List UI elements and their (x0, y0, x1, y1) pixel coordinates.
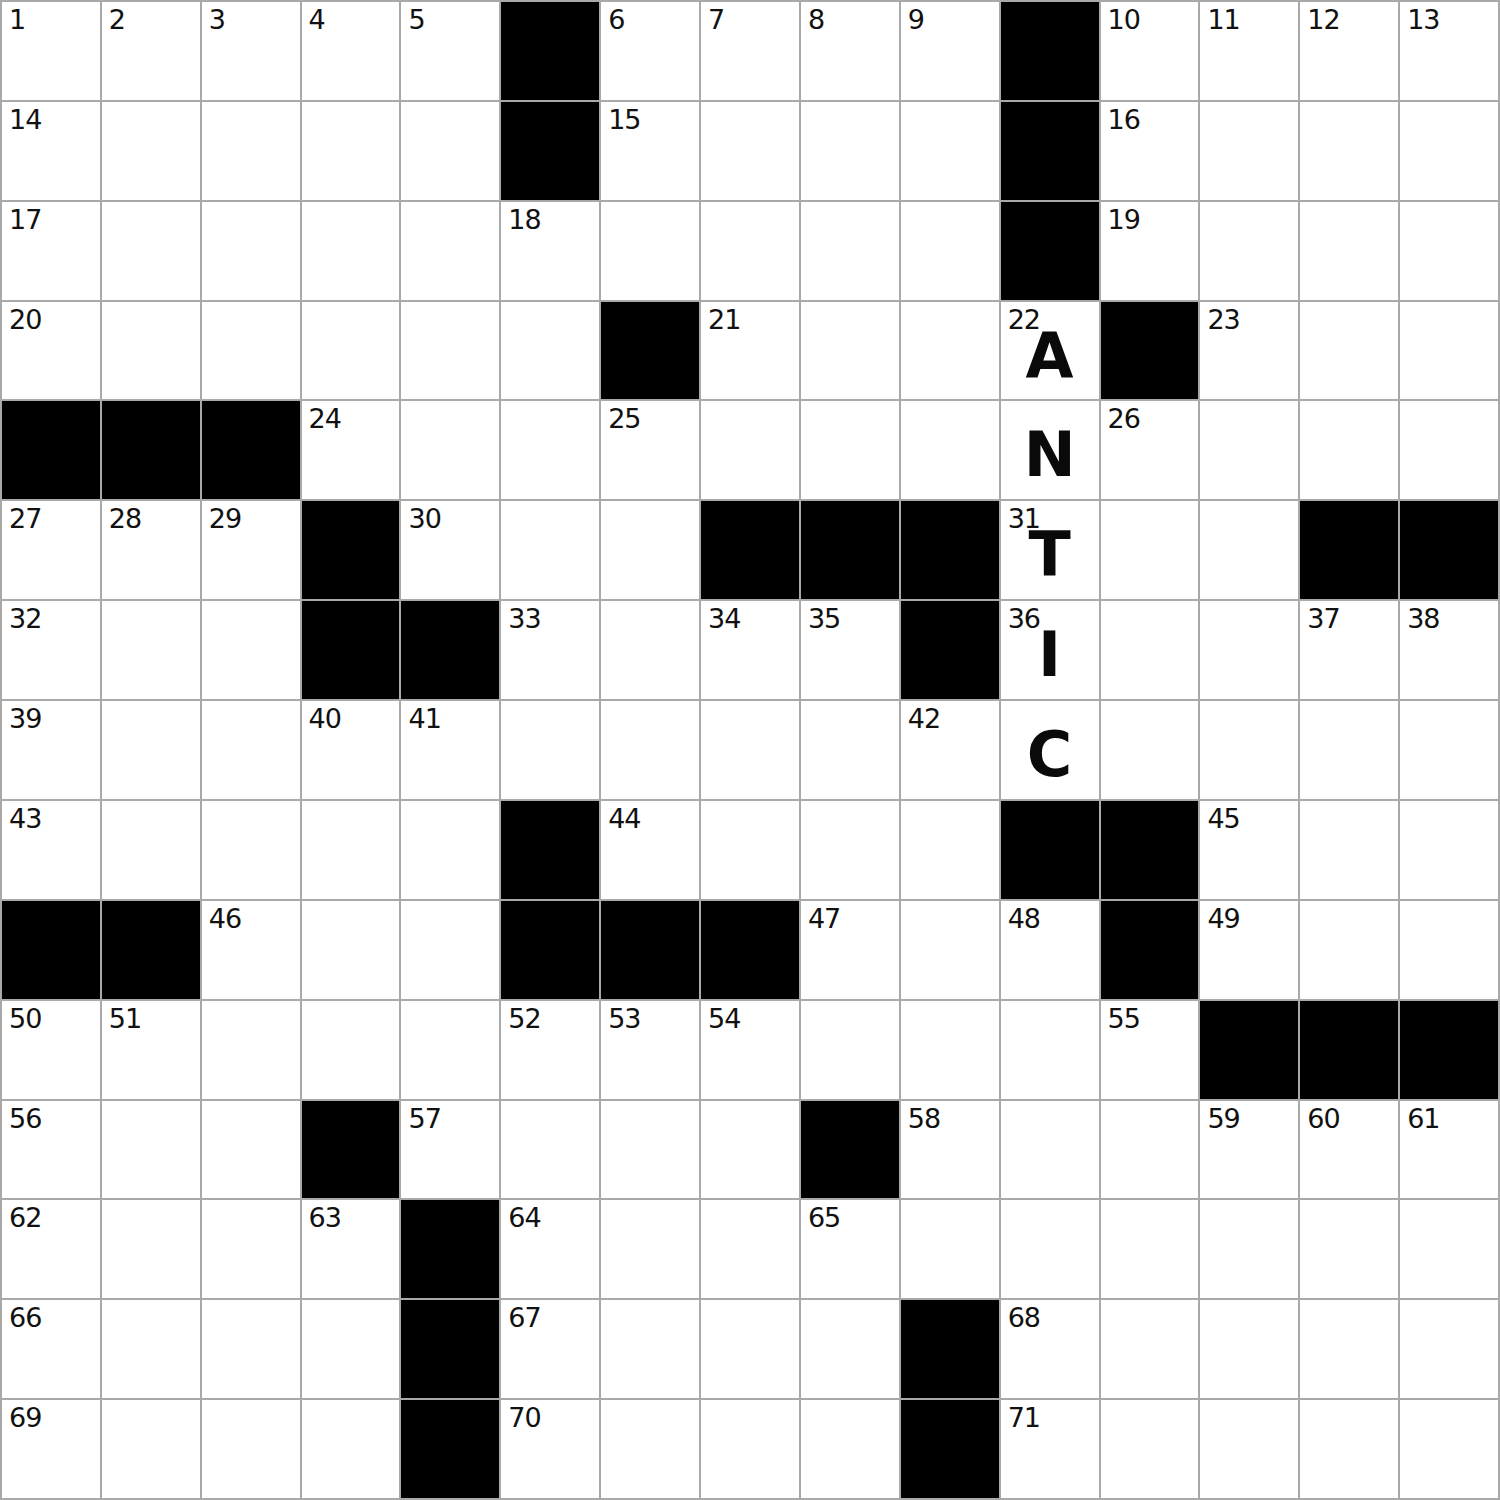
cell-r11-c9[interactable] (801, 1001, 899, 1099)
cell-r13-c6[interactable]: 64 (501, 1200, 599, 1298)
clue-number: 28 (109, 504, 141, 534)
cell-r11-c4[interactable] (302, 1001, 400, 1099)
cell-r15-c14[interactable] (1300, 1400, 1398, 1498)
clue-number: 67 (508, 1303, 540, 1333)
cell-r1-c8[interactable]: 7 (701, 2, 799, 100)
cell-r9-c4[interactable] (302, 801, 400, 899)
cell-r7-c13[interactable] (1200, 601, 1298, 699)
cell-r11-c6[interactable]: 52 (501, 1001, 599, 1099)
cell-r15-c4[interactable] (302, 1400, 400, 1498)
cell-r14-c8[interactable] (701, 1300, 799, 1398)
cell-r3-c3[interactable] (202, 202, 300, 300)
block-cell-r7-c4 (302, 601, 400, 699)
cell-r8-c1[interactable]: 39 (2, 701, 100, 799)
filled-letter: C (1027, 724, 1073, 786)
cell-r5-c11[interactable]: N (1001, 401, 1099, 499)
cell-r3-c1[interactable]: 17 (2, 202, 100, 300)
cell-r12-c15[interactable]: 61 (1400, 1101, 1498, 1199)
cell-r9-c3[interactable] (202, 801, 300, 899)
cell-r1-c4[interactable]: 4 (302, 2, 400, 100)
cell-r13-c13[interactable] (1200, 1200, 1298, 1298)
block-cell-r9-c12 (1101, 801, 1199, 899)
cell-r6-c2[interactable]: 28 (102, 501, 200, 599)
cell-r15-c8[interactable] (701, 1400, 799, 1498)
cell-r11-c10[interactable] (901, 1001, 999, 1099)
cell-r8-c3[interactable] (202, 701, 300, 799)
clue-number: 8 (808, 5, 824, 35)
clue-number: 58 (908, 1104, 940, 1134)
clue-number: 41 (408, 704, 440, 734)
block-cell-r11-c13 (1200, 1001, 1298, 1099)
clue-number: 43 (9, 804, 41, 834)
block-cell-r10-c1 (2, 901, 100, 999)
cell-r3-c13[interactable] (1200, 202, 1298, 300)
cell-r10-c15[interactable] (1400, 901, 1498, 999)
cell-r12-c5[interactable]: 57 (401, 1101, 499, 1199)
cell-r14-c1[interactable]: 66 (2, 1300, 100, 1398)
cell-r12-c10[interactable]: 58 (901, 1101, 999, 1199)
cell-r15-c2[interactable] (102, 1400, 200, 1498)
block-cell-r2-c11 (1001, 102, 1099, 200)
block-cell-r5-c1 (2, 401, 100, 499)
cell-r4-c10[interactable] (901, 302, 999, 400)
cell-r3-c14[interactable] (1300, 202, 1398, 300)
cell-r12-c2[interactable] (102, 1101, 200, 1199)
cell-r1-c13[interactable]: 11 (1200, 2, 1298, 100)
cell-r5-c6[interactable] (501, 401, 599, 499)
clue-number: 52 (508, 1004, 540, 1034)
cell-r13-c15[interactable] (1400, 1200, 1498, 1298)
cell-r3-c5[interactable] (401, 202, 499, 300)
cell-r10-c10[interactable] (901, 901, 999, 999)
cell-r2-c1[interactable]: 14 (2, 102, 100, 200)
clue-number: 29 (209, 504, 241, 534)
cell-r12-c8[interactable] (701, 1101, 799, 1199)
cell-r7-c11[interactable]: 36I (1001, 601, 1099, 699)
cell-r3-c12[interactable]: 19 (1101, 202, 1199, 300)
block-cell-r14-c5 (401, 1300, 499, 1398)
cell-r1-c14[interactable]: 12 (1300, 2, 1398, 100)
cell-r4-c15[interactable] (1400, 302, 1498, 400)
cell-r6-c1[interactable]: 27 (2, 501, 100, 599)
clue-number: 21 (708, 305, 740, 335)
block-cell-r5-c2 (102, 401, 200, 499)
block-cell-r6-c8 (701, 501, 799, 599)
clue-number: 57 (408, 1104, 440, 1134)
block-cell-r7-c10 (901, 601, 999, 699)
filled-letter: N (1024, 424, 1076, 486)
clue-number: 33 (508, 604, 540, 634)
clue-number: 26 (1108, 404, 1140, 434)
cell-r4-c4[interactable] (302, 302, 400, 400)
cell-r5-c7[interactable]: 25 (601, 401, 699, 499)
cell-r4-c1[interactable]: 20 (2, 302, 100, 400)
cell-r7-c8[interactable]: 34 (701, 601, 799, 699)
cell-r13-c8[interactable] (701, 1200, 799, 1298)
cell-r1-c9[interactable]: 8 (801, 2, 899, 100)
cell-r13-c14[interactable] (1300, 1200, 1398, 1298)
cell-r2-c15[interactable] (1400, 102, 1498, 200)
clue-number: 6 (608, 5, 624, 35)
cell-r1-c2[interactable]: 2 (102, 2, 200, 100)
crossword-board: 12345678910111213141516171819202122A2324… (0, 0, 1500, 1500)
cell-r3-c7[interactable] (601, 202, 699, 300)
clue-number: 68 (1008, 1303, 1040, 1333)
cell-r13-c2[interactable] (102, 1200, 200, 1298)
cell-r12-c6[interactable] (501, 1101, 599, 1199)
cell-r1-c7[interactable]: 6 (601, 2, 699, 100)
cell-r6-c13[interactable] (1200, 501, 1298, 599)
cell-r3-c15[interactable] (1400, 202, 1498, 300)
cell-r8-c5[interactable]: 41 (401, 701, 499, 799)
clue-number: 61 (1407, 1104, 1439, 1134)
cell-r9-c7[interactable]: 44 (601, 801, 699, 899)
cell-r9-c10[interactable] (901, 801, 999, 899)
cell-r5-c9[interactable] (801, 401, 899, 499)
clue-number: 47 (808, 904, 840, 934)
cell-r12-c1[interactable]: 56 (2, 1101, 100, 1199)
clue-number: 51 (109, 1004, 141, 1034)
cell-r2-c8[interactable] (701, 102, 799, 200)
cell-r5-c10[interactable] (901, 401, 999, 499)
cell-r13-c1[interactable]: 62 (2, 1200, 100, 1298)
clue-number: 24 (309, 404, 341, 434)
cell-r7-c9[interactable]: 35 (801, 601, 899, 699)
cell-r2-c13[interactable] (1200, 102, 1298, 200)
cell-r11-c11[interactable] (1001, 1001, 1099, 1099)
cell-r11-c8[interactable]: 54 (701, 1001, 799, 1099)
block-cell-r10-c12 (1101, 901, 1199, 999)
cell-r11-c3[interactable] (202, 1001, 300, 1099)
cell-r13-c10[interactable] (901, 1200, 999, 1298)
block-cell-r4-c7 (601, 302, 699, 400)
cell-r8-c15[interactable] (1400, 701, 1498, 799)
cell-r8-c2[interactable] (102, 701, 200, 799)
block-cell-r6-c14 (1300, 501, 1398, 599)
cell-r15-c15[interactable] (1400, 1400, 1498, 1498)
cell-r9-c5[interactable] (401, 801, 499, 899)
block-cell-r13-c5 (401, 1200, 499, 1298)
block-cell-r4-c12 (1101, 302, 1199, 400)
clue-number: 16 (1108, 105, 1140, 135)
cell-r8-c12[interactable] (1101, 701, 1199, 799)
cell-r4-c3[interactable] (202, 302, 300, 400)
cell-r4-c13[interactable]: 23 (1200, 302, 1298, 400)
cell-r13-c12[interactable] (1101, 1200, 1199, 1298)
clue-number: 63 (309, 1203, 341, 1233)
cell-r15-c11[interactable]: 71 (1001, 1400, 1099, 1498)
cell-r13-c9[interactable]: 65 (801, 1200, 899, 1298)
cell-r10-c3[interactable]: 46 (202, 901, 300, 999)
clue-number: 27 (9, 504, 41, 534)
cell-r9-c9[interactable] (801, 801, 899, 899)
block-cell-r3-c11 (1001, 202, 1099, 300)
cell-r7-c3[interactable] (202, 601, 300, 699)
clue-number: 48 (1008, 904, 1040, 934)
clue-number: 31 (1008, 504, 1040, 534)
clue-number: 10 (1108, 5, 1140, 35)
block-cell-r1-c11 (1001, 2, 1099, 100)
block-cell-r9-c6 (501, 801, 599, 899)
block-cell-r10-c7 (601, 901, 699, 999)
cell-r8-c10[interactable]: 42 (901, 701, 999, 799)
cell-r4-c9[interactable] (801, 302, 899, 400)
cell-r13-c7[interactable] (601, 1200, 699, 1298)
block-cell-r6-c15 (1400, 501, 1498, 599)
cell-r13-c11[interactable] (1001, 1200, 1099, 1298)
cell-r14-c4[interactable] (302, 1300, 400, 1398)
cell-r5-c8[interactable] (701, 401, 799, 499)
block-cell-r1-c6 (501, 2, 599, 100)
clue-number: 20 (9, 305, 41, 335)
cell-r10-c9[interactable]: 47 (801, 901, 899, 999)
cell-r9-c2[interactable] (102, 801, 200, 899)
cell-r12-c11[interactable] (1001, 1101, 1099, 1199)
filled-letter: I (1038, 624, 1061, 686)
clue-number: 42 (908, 704, 940, 734)
cell-r10-c11[interactable]: 48 (1001, 901, 1099, 999)
cell-r12-c12[interactable] (1101, 1101, 1199, 1199)
cell-r14-c6[interactable]: 67 (501, 1300, 599, 1398)
clue-number: 62 (9, 1203, 41, 1233)
cell-r7-c2[interactable] (102, 601, 200, 699)
cell-r9-c13[interactable]: 45 (1200, 801, 1298, 899)
cell-r5-c12[interactable]: 26 (1101, 401, 1199, 499)
clue-number: 13 (1407, 5, 1439, 35)
cell-r3-c2[interactable] (102, 202, 200, 300)
cell-r6-c6[interactable] (501, 501, 599, 599)
block-cell-r10-c6 (501, 901, 599, 999)
cell-r10-c14[interactable] (1300, 901, 1398, 999)
cell-r5-c5[interactable] (401, 401, 499, 499)
clue-number: 66 (9, 1303, 41, 1333)
clue-number: 38 (1407, 604, 1439, 634)
cell-r10-c13[interactable]: 49 (1200, 901, 1298, 999)
block-cell-r14-c10 (901, 1300, 999, 1398)
cell-r2-c4[interactable] (302, 102, 400, 200)
block-cell-r6-c4 (302, 501, 400, 599)
cell-r15-c9[interactable] (801, 1400, 899, 1498)
cell-r12-c13[interactable]: 59 (1200, 1101, 1298, 1199)
clue-number: 60 (1307, 1104, 1339, 1134)
cell-r12-c14[interactable]: 60 (1300, 1101, 1398, 1199)
cell-r2-c7[interactable]: 15 (601, 102, 699, 200)
cell-r11-c1[interactable]: 50 (2, 1001, 100, 1099)
clue-number: 44 (608, 804, 640, 834)
block-cell-r10-c2 (102, 901, 200, 999)
cell-r2-c2[interactable] (102, 102, 200, 200)
cell-r11-c2[interactable]: 51 (102, 1001, 200, 1099)
clue-number: 7 (708, 5, 724, 35)
cell-r9-c14[interactable] (1300, 801, 1398, 899)
cell-r14-c14[interactable] (1300, 1300, 1398, 1398)
clue-number: 11 (1207, 5, 1239, 35)
cell-r14-c11[interactable]: 68 (1001, 1300, 1099, 1398)
cell-r12-c3[interactable] (202, 1101, 300, 1199)
clue-number: 34 (708, 604, 740, 634)
cell-r1-c10[interactable]: 9 (901, 2, 999, 100)
cell-r8-c13[interactable] (1200, 701, 1298, 799)
cell-r14-c13[interactable] (1200, 1300, 1298, 1398)
cell-r3-c8[interactable] (701, 202, 799, 300)
cell-r6-c11[interactable]: 31T (1001, 501, 1099, 599)
block-cell-r11-c15 (1400, 1001, 1498, 1099)
cell-r7-c12[interactable] (1101, 601, 1199, 699)
clue-number: 3 (209, 5, 225, 35)
cell-r14-c3[interactable] (202, 1300, 300, 1398)
cell-r3-c4[interactable] (302, 202, 400, 300)
block-cell-r12-c9 (801, 1101, 899, 1199)
cell-r15-c7[interactable] (601, 1400, 699, 1498)
clue-number: 40 (309, 704, 341, 734)
cell-r1-c3[interactable]: 3 (202, 2, 300, 100)
cell-r3-c6[interactable]: 18 (501, 202, 599, 300)
clue-number: 17 (9, 205, 41, 235)
cell-r2-c14[interactable] (1300, 102, 1398, 200)
cell-r14-c9[interactable] (801, 1300, 899, 1398)
clue-number: 65 (808, 1203, 840, 1233)
cell-r15-c13[interactable] (1200, 1400, 1298, 1498)
cell-r10-c5[interactable] (401, 901, 499, 999)
cell-r14-c15[interactable] (1400, 1300, 1498, 1398)
cell-r9-c15[interactable] (1400, 801, 1498, 899)
clue-number: 49 (1207, 904, 1239, 934)
cell-r15-c6[interactable]: 70 (501, 1400, 599, 1498)
clue-number: 71 (1008, 1403, 1040, 1433)
clue-number: 4 (309, 5, 325, 35)
clue-number: 53 (608, 1004, 640, 1034)
cell-r11-c5[interactable] (401, 1001, 499, 1099)
cell-r5-c4[interactable]: 24 (302, 401, 400, 499)
cell-r4-c2[interactable] (102, 302, 200, 400)
clue-number: 14 (9, 105, 41, 135)
cell-r8-c6[interactable] (501, 701, 599, 799)
block-cell-r6-c10 (901, 501, 999, 599)
cell-r1-c15[interactable]: 13 (1400, 2, 1498, 100)
clue-number: 22 (1008, 305, 1040, 335)
cell-r6-c12[interactable] (1101, 501, 1199, 599)
clue-number: 36 (1008, 604, 1040, 634)
cell-r9-c1[interactable]: 43 (2, 801, 100, 899)
cell-r7-c6[interactable]: 33 (501, 601, 599, 699)
cell-r8-c8[interactable] (701, 701, 799, 799)
cell-r11-c7[interactable]: 53 (601, 1001, 699, 1099)
cell-r3-c9[interactable] (801, 202, 899, 300)
clue-number: 15 (608, 105, 640, 135)
cell-r8-c4[interactable]: 40 (302, 701, 400, 799)
clue-number: 54 (708, 1004, 740, 1034)
cell-r5-c14[interactable] (1300, 401, 1398, 499)
cell-r14-c12[interactable] (1101, 1300, 1199, 1398)
cell-r1-c12[interactable]: 10 (1101, 2, 1199, 100)
cell-r13-c3[interactable] (202, 1200, 300, 1298)
cell-r4-c8[interactable]: 21 (701, 302, 799, 400)
cell-r7-c14[interactable]: 37 (1300, 601, 1398, 699)
cell-r2-c5[interactable] (401, 102, 499, 200)
clue-number: 12 (1307, 5, 1339, 35)
cell-r4-c11[interactable]: 22A (1001, 302, 1099, 400)
cell-r15-c1[interactable]: 69 (2, 1400, 100, 1498)
clue-number: 56 (9, 1104, 41, 1134)
cell-r1-c1[interactable]: 1 (2, 2, 100, 100)
clue-number: 18 (508, 205, 540, 235)
clue-number: 45 (1207, 804, 1239, 834)
cell-r6-c7[interactable] (601, 501, 699, 599)
cell-r15-c12[interactable] (1101, 1400, 1199, 1498)
clue-number: 46 (209, 904, 241, 934)
block-cell-r15-c10 (901, 1400, 999, 1498)
block-cell-r6-c9 (801, 501, 899, 599)
block-cell-r9-c11 (1001, 801, 1099, 899)
block-cell-r2-c6 (501, 102, 599, 200)
cell-r2-c3[interactable] (202, 102, 300, 200)
block-cell-r12-c4 (302, 1101, 400, 1199)
cell-r8-c7[interactable] (601, 701, 699, 799)
clue-number: 1 (9, 5, 25, 35)
block-cell-r15-c5 (401, 1400, 499, 1498)
cell-r14-c2[interactable] (102, 1300, 200, 1398)
cell-r6-c5[interactable]: 30 (401, 501, 499, 599)
cell-r4-c5[interactable] (401, 302, 499, 400)
cell-r4-c6[interactable] (501, 302, 599, 400)
cell-r8-c9[interactable] (801, 701, 899, 799)
cell-r10-c4[interactable] (302, 901, 400, 999)
clue-number: 30 (408, 504, 440, 534)
cell-r15-c3[interactable] (202, 1400, 300, 1498)
cell-r9-c8[interactable] (701, 801, 799, 899)
cell-r13-c4[interactable]: 63 (302, 1200, 400, 1298)
block-cell-r5-c3 (202, 401, 300, 499)
clue-number: 59 (1207, 1104, 1239, 1134)
clue-number: 32 (9, 604, 41, 634)
cell-r8-c14[interactable] (1300, 701, 1398, 799)
clue-number: 69 (9, 1403, 41, 1433)
block-cell-r11-c14 (1300, 1001, 1398, 1099)
clue-number: 9 (908, 5, 924, 35)
block-cell-r10-c8 (701, 901, 799, 999)
cell-r4-c14[interactable] (1300, 302, 1398, 400)
cell-r5-c15[interactable] (1400, 401, 1498, 499)
cell-r5-c13[interactable] (1200, 401, 1298, 499)
clue-number: 35 (808, 604, 840, 634)
clue-number: 50 (9, 1004, 41, 1034)
cell-r7-c15[interactable]: 38 (1400, 601, 1498, 699)
cell-r11-c12[interactable]: 55 (1101, 1001, 1199, 1099)
clue-number: 23 (1207, 305, 1239, 335)
clue-number: 70 (508, 1403, 540, 1433)
cell-r2-c9[interactable] (801, 102, 899, 200)
cell-r2-c12[interactable]: 16 (1101, 102, 1199, 200)
cell-r3-c10[interactable] (901, 202, 999, 300)
clue-number: 55 (1108, 1004, 1140, 1034)
cell-r8-c11[interactable]: C (1001, 701, 1099, 799)
clue-number: 37 (1307, 604, 1339, 634)
cell-r12-c7[interactable] (601, 1101, 699, 1199)
clue-number: 39 (9, 704, 41, 734)
clue-number: 64 (508, 1203, 540, 1233)
cell-r2-c10[interactable] (901, 102, 999, 200)
cell-r7-c1[interactable]: 32 (2, 601, 100, 699)
clue-number: 2 (109, 5, 125, 35)
clue-number: 19 (1108, 205, 1140, 235)
cell-r7-c7[interactable] (601, 601, 699, 699)
block-cell-r7-c5 (401, 601, 499, 699)
cell-r14-c7[interactable] (601, 1300, 699, 1398)
cell-r6-c3[interactable]: 29 (202, 501, 300, 599)
clue-number: 5 (408, 5, 424, 35)
cell-r1-c5[interactable]: 5 (401, 2, 499, 100)
clue-number: 25 (608, 404, 640, 434)
